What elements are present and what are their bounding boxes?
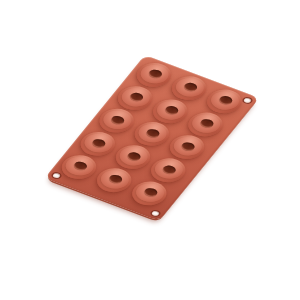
cavity-center-hole xyxy=(107,173,124,184)
hanging-hole-bottom-right xyxy=(151,210,160,216)
cavity-center-hole xyxy=(90,137,107,148)
cavity-center-hole xyxy=(217,94,234,105)
cavity-center-hole xyxy=(198,118,215,129)
cavity-center-hole xyxy=(147,68,164,79)
cavity-center-hole xyxy=(142,187,159,198)
cavity-center-hole xyxy=(179,141,196,152)
cavity-center-hole xyxy=(163,104,180,115)
cavity-center-hole xyxy=(144,127,161,138)
cavity-center-hole xyxy=(125,150,142,161)
cavity-grid xyxy=(52,57,251,212)
cavity-center-hole xyxy=(128,91,145,102)
silicone-mold-sheet xyxy=(45,55,260,221)
cavity-center-hole xyxy=(161,164,178,175)
product-photo-background xyxy=(0,0,300,300)
cavity-center-hole xyxy=(182,81,199,92)
cavity-center-hole xyxy=(71,160,88,171)
cavity-center-hole xyxy=(109,114,126,125)
